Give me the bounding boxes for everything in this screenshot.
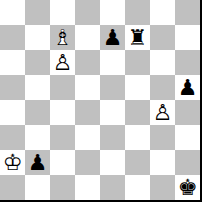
square-a7[interactable]	[0, 25, 25, 50]
square-e6[interactable]	[100, 50, 125, 75]
square-c1[interactable]	[50, 175, 75, 200]
square-a4[interactable]	[0, 100, 25, 125]
white-pawn-fill: ♟	[50, 50, 75, 75]
black-pawn-icon: ♟	[100, 25, 125, 50]
square-f1[interactable]	[125, 175, 150, 200]
square-c2[interactable]	[50, 150, 75, 175]
square-b4[interactable]	[25, 100, 50, 125]
square-g1[interactable]	[150, 175, 175, 200]
square-d2[interactable]	[75, 150, 100, 175]
square-c5[interactable]	[50, 75, 75, 100]
white-pawn-icon: ♙	[50, 50, 75, 75]
square-f4[interactable]	[125, 100, 150, 125]
square-g3[interactable]	[150, 125, 175, 150]
square-a2[interactable]: ♚♔	[0, 150, 25, 175]
square-d5[interactable]	[75, 75, 100, 100]
square-c8[interactable]	[50, 0, 75, 25]
square-e2[interactable]	[100, 150, 125, 175]
black-pawn-icon: ♟	[25, 150, 50, 175]
square-g7[interactable]	[150, 25, 175, 50]
square-a6[interactable]	[0, 50, 25, 75]
square-e1[interactable]	[100, 175, 125, 200]
square-h5[interactable]: ♟	[175, 75, 200, 100]
square-f7[interactable]: ♜	[125, 25, 150, 50]
square-h6[interactable]	[175, 50, 200, 75]
square-c6[interactable]: ♟♙	[50, 50, 75, 75]
square-h8[interactable]	[175, 0, 200, 25]
square-d1[interactable]	[75, 175, 100, 200]
square-f5[interactable]	[125, 75, 150, 100]
white-king-fill: ♚	[0, 150, 25, 175]
square-d3[interactable]	[75, 125, 100, 150]
square-g8[interactable]	[150, 0, 175, 25]
white-bishop-icon: ♗	[50, 25, 75, 50]
square-f8[interactable]	[125, 0, 150, 25]
square-h3[interactable]	[175, 125, 200, 150]
square-h7[interactable]	[175, 25, 200, 50]
square-e3[interactable]	[100, 125, 125, 150]
white-bishop-fill: ♝	[50, 25, 75, 50]
square-b3[interactable]	[25, 125, 50, 150]
square-b8[interactable]	[25, 0, 50, 25]
square-g4[interactable]: ♟♙	[150, 100, 175, 125]
square-d4[interactable]	[75, 100, 100, 125]
chessboard: ♝♗♟♜♟♙♟♟♙♚♔♟♚	[0, 0, 202, 202]
black-king-icon: ♚	[175, 175, 200, 200]
square-e8[interactable]	[100, 0, 125, 25]
square-d8[interactable]	[75, 0, 100, 25]
square-g6[interactable]	[150, 50, 175, 75]
white-pawn-icon: ♙	[150, 100, 175, 125]
square-a5[interactable]	[0, 75, 25, 100]
square-b5[interactable]	[25, 75, 50, 100]
square-a8[interactable]	[0, 0, 25, 25]
square-e5[interactable]	[100, 75, 125, 100]
square-a1[interactable]	[0, 175, 25, 200]
square-g5[interactable]	[150, 75, 175, 100]
white-pawn-fill: ♟	[150, 100, 175, 125]
square-b2[interactable]: ♟	[25, 150, 50, 175]
square-b6[interactable]	[25, 50, 50, 75]
square-b7[interactable]	[25, 25, 50, 50]
white-king-icon: ♔	[0, 150, 25, 175]
square-f6[interactable]	[125, 50, 150, 75]
square-a3[interactable]	[0, 125, 25, 150]
square-f2[interactable]	[125, 150, 150, 175]
square-d6[interactable]	[75, 50, 100, 75]
square-h4[interactable]	[175, 100, 200, 125]
square-e4[interactable]	[100, 100, 125, 125]
square-h2[interactable]	[175, 150, 200, 175]
square-g2[interactable]	[150, 150, 175, 175]
square-b1[interactable]	[25, 175, 50, 200]
square-f3[interactable]	[125, 125, 150, 150]
square-c3[interactable]	[50, 125, 75, 150]
square-d7[interactable]	[75, 25, 100, 50]
square-c4[interactable]	[50, 100, 75, 125]
square-h1[interactable]: ♚	[175, 175, 200, 200]
black-pawn-icon: ♟	[175, 75, 200, 100]
black-rook-icon: ♜	[125, 25, 150, 50]
square-e7[interactable]: ♟	[100, 25, 125, 50]
square-c7[interactable]: ♝♗	[50, 25, 75, 50]
